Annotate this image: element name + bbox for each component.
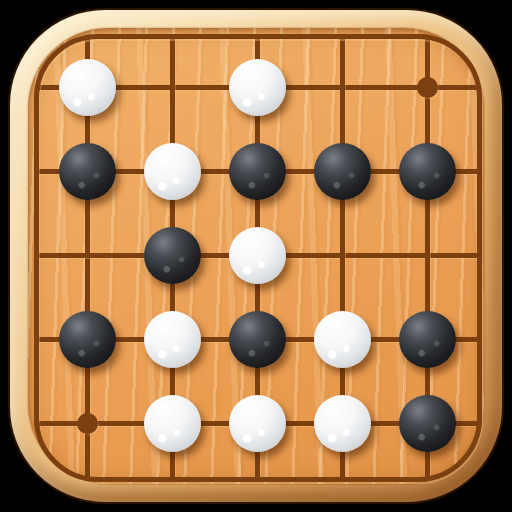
white-stone[interactable]	[229, 227, 286, 284]
intersection-r4c3[interactable]	[215, 297, 300, 381]
intersection-r2c1[interactable]	[45, 129, 130, 213]
intersection-r5c5[interactable]	[385, 381, 470, 465]
intersection-r2c4[interactable]	[300, 129, 385, 213]
black-stone[interactable]	[399, 395, 456, 452]
black-stone[interactable]	[229, 311, 286, 368]
intersection-r1c3[interactable]	[215, 45, 300, 129]
intersection-r2c3[interactable]	[215, 129, 300, 213]
white-stone[interactable]	[314, 311, 371, 368]
white-stone[interactable]	[144, 143, 201, 200]
intersection-r3c2[interactable]	[130, 213, 215, 297]
intersection-r1c1[interactable]	[45, 45, 130, 129]
intersection-r1c4[interactable]	[300, 45, 385, 129]
intersection-r4c5[interactable]	[385, 297, 470, 381]
go-board-app-icon	[8, 8, 504, 504]
intersection-r3c4[interactable]	[300, 213, 385, 297]
black-stone[interactable]	[314, 143, 371, 200]
black-stone[interactable]	[144, 227, 201, 284]
intersection-r3c3[interactable]	[215, 213, 300, 297]
white-stone[interactable]	[314, 395, 371, 452]
intersection-r2c5[interactable]	[385, 129, 470, 213]
intersection-r3c5[interactable]	[385, 213, 470, 297]
intersection-r5c3[interactable]	[215, 381, 300, 465]
star-point	[77, 413, 98, 434]
intersection-r5c2[interactable]	[130, 381, 215, 465]
black-stone[interactable]	[59, 143, 116, 200]
intersection-r5c1[interactable]	[45, 381, 130, 465]
intersection-r2c2[interactable]	[130, 129, 215, 213]
white-stone[interactable]	[229, 395, 286, 452]
black-stone[interactable]	[399, 311, 456, 368]
intersection-r5c4[interactable]	[300, 381, 385, 465]
intersection-r4c4[interactable]	[300, 297, 385, 381]
intersection-r1c5[interactable]	[385, 45, 470, 129]
white-stone[interactable]	[144, 311, 201, 368]
white-stone[interactable]	[229, 59, 286, 116]
intersection-r1c2[interactable]	[130, 45, 215, 129]
intersection-r4c1[interactable]	[45, 297, 130, 381]
black-stone[interactable]	[229, 143, 286, 200]
intersection-r4c2[interactable]	[130, 297, 215, 381]
black-stone[interactable]	[59, 311, 116, 368]
white-stone[interactable]	[144, 395, 201, 452]
intersection-r3c1[interactable]	[45, 213, 130, 297]
white-stone[interactable]	[59, 59, 116, 116]
stones-grid	[45, 45, 470, 465]
black-stone[interactable]	[399, 143, 456, 200]
star-point	[417, 77, 438, 98]
